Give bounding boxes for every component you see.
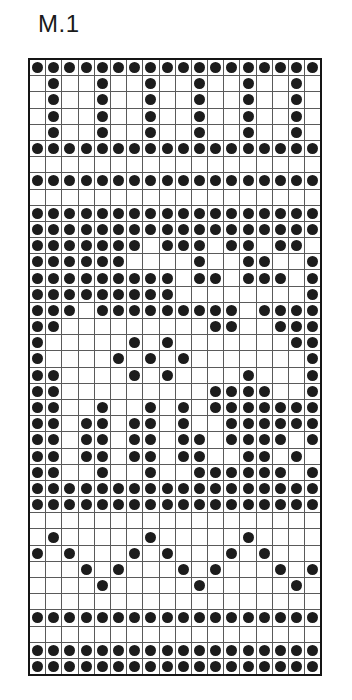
filled-stitch-dot <box>113 143 124 154</box>
grid-cell-r19c7 <box>127 351 142 366</box>
filled-stitch-dot <box>307 289 318 300</box>
filled-stitch-dot <box>243 208 254 219</box>
grid-cell-r35c9 <box>160 610 175 625</box>
grid-cell-r23c10 <box>176 416 191 431</box>
grid-cell-r30c10 <box>176 529 191 544</box>
grid-cell-r3c6 <box>111 92 126 107</box>
filled-stitch-dot <box>178 175 189 186</box>
filled-stitch-dot <box>178 418 189 429</box>
grid-cell-r20c9 <box>160 368 175 383</box>
grid-cell-r29c2 <box>46 513 61 528</box>
grid-cell-r19c10 <box>176 351 191 366</box>
grid-cell-r7c6 <box>111 157 126 172</box>
filled-stitch-dot <box>275 612 286 623</box>
grid-cell-r3c15 <box>257 92 272 107</box>
knitting-chart-grid <box>28 58 322 676</box>
filled-stitch-dot <box>259 143 270 154</box>
grid-cell-r8c10 <box>176 173 191 188</box>
filled-stitch-dot <box>32 224 43 235</box>
filled-stitch-dot <box>64 224 75 235</box>
filled-stitch-dot <box>243 499 254 510</box>
grid-cell-r20c3 <box>62 368 77 383</box>
filled-stitch-dot <box>291 580 302 591</box>
grid-cell-r23c18 <box>305 416 320 431</box>
filled-stitch-dot <box>307 418 318 429</box>
grid-cell-r6c10 <box>176 141 191 156</box>
filled-stitch-dot <box>162 224 173 235</box>
grid-cell-r17c5 <box>95 319 110 334</box>
grid-cell-r8c1 <box>30 173 45 188</box>
filled-stitch-dot <box>64 612 75 623</box>
grid-cell-r31c13 <box>224 546 239 561</box>
grid-cell-r12c12 <box>208 238 223 253</box>
grid-cell-r26c17 <box>289 465 304 480</box>
grid-cell-r10c16 <box>273 206 288 221</box>
filled-stitch-dot <box>129 612 140 623</box>
filled-stitch-dot <box>291 143 302 154</box>
grid-cell-r35c18 <box>305 610 320 625</box>
grid-cell-r17c7 <box>127 319 142 334</box>
filled-stitch-dot <box>64 661 75 672</box>
grid-cell-r18c2 <box>46 335 61 350</box>
filled-stitch-dot <box>113 208 124 219</box>
grid-cell-r16c18 <box>305 303 320 318</box>
grid-cell-r11c10 <box>176 222 191 237</box>
grid-cell-r7c16 <box>273 157 288 172</box>
filled-stitch-dot <box>210 273 221 284</box>
grid-cell-r36c7 <box>127 627 142 642</box>
grid-cell-r38c14 <box>240 659 255 674</box>
grid-cell-r26c10 <box>176 465 191 480</box>
grid-cell-r15c14 <box>240 287 255 302</box>
filled-stitch-dot <box>64 62 75 73</box>
filled-stitch-dot <box>48 499 59 510</box>
grid-cell-r22c15 <box>257 400 272 415</box>
grid-cell-r29c3 <box>62 513 77 528</box>
grid-cell-r11c15 <box>257 222 272 237</box>
grid-cell-r30c14 <box>240 529 255 544</box>
filled-stitch-dot <box>32 175 43 186</box>
filled-stitch-dot <box>307 256 318 267</box>
grid-cell-r7c7 <box>127 157 142 172</box>
filled-stitch-dot <box>243 661 254 672</box>
grid-cell-r11c7 <box>127 222 142 237</box>
grid-cell-r17c9 <box>160 319 175 334</box>
filled-stitch-dot <box>291 451 302 462</box>
grid-cell-r36c8 <box>143 627 158 642</box>
grid-cell-r9c2 <box>46 190 61 205</box>
grid-cell-r38c10 <box>176 659 191 674</box>
grid-cell-r18c8 <box>143 335 158 350</box>
filled-stitch-dot <box>81 661 92 672</box>
grid-cell-r11c3 <box>62 222 77 237</box>
filled-stitch-dot <box>64 175 75 186</box>
filled-stitch-dot <box>259 499 270 510</box>
grid-cell-r2c9 <box>160 76 175 91</box>
grid-cell-r2c17 <box>289 76 304 91</box>
grid-cell-r12c6 <box>111 238 126 253</box>
grid-cell-r11c16 <box>273 222 288 237</box>
grid-cell-r9c10 <box>176 190 191 205</box>
grid-cell-r1c11 <box>192 60 207 75</box>
grid-cell-r34c5 <box>95 594 110 609</box>
grid-cell-r27c6 <box>111 481 126 496</box>
grid-cell-r5c12 <box>208 125 223 140</box>
grid-cell-r25c1 <box>30 449 45 464</box>
grid-cell-r32c18 <box>305 562 320 577</box>
grid-cell-r26c12 <box>208 465 223 480</box>
grid-cell-r26c18 <box>305 465 320 480</box>
filled-stitch-dot <box>81 434 92 445</box>
grid-cell-r2c15 <box>257 76 272 91</box>
grid-cell-r19c2 <box>46 351 61 366</box>
grid-cell-r15c13 <box>224 287 239 302</box>
filled-stitch-dot <box>64 548 75 559</box>
filled-stitch-dot <box>194 499 205 510</box>
grid-cell-r25c5 <box>95 449 110 464</box>
filled-stitch-dot <box>194 208 205 219</box>
filled-stitch-dot <box>243 127 254 138</box>
filled-stitch-dot <box>97 661 108 672</box>
grid-cell-r4c11 <box>192 109 207 124</box>
grid-cell-r6c7 <box>127 141 142 156</box>
grid-cell-r26c13 <box>224 465 239 480</box>
grid-cell-r36c6 <box>111 627 126 642</box>
filled-stitch-dot <box>32 62 43 73</box>
filled-stitch-dot <box>48 386 59 397</box>
grid-cell-r38c6 <box>111 659 126 674</box>
grid-cell-r13c1 <box>30 254 45 269</box>
filled-stitch-dot <box>32 256 43 267</box>
filled-stitch-dot <box>48 240 59 251</box>
grid-cell-r38c3 <box>62 659 77 674</box>
filled-stitch-dot <box>64 483 75 494</box>
grid-cell-r6c11 <box>192 141 207 156</box>
filled-stitch-dot <box>194 224 205 235</box>
grid-cell-r16c2 <box>46 303 61 318</box>
grid-cell-r11c1 <box>30 222 45 237</box>
grid-cell-r25c16 <box>273 449 288 464</box>
grid-cell-r38c8 <box>143 659 158 674</box>
grid-cell-r13c18 <box>305 254 320 269</box>
grid-cell-r18c16 <box>273 335 288 350</box>
filled-stitch-dot <box>64 645 75 656</box>
grid-cell-r9c9 <box>160 190 175 205</box>
filled-stitch-dot <box>178 224 189 235</box>
filled-stitch-dot <box>32 612 43 623</box>
grid-cell-r22c13 <box>224 400 239 415</box>
filled-stitch-dot <box>291 208 302 219</box>
grid-cell-r10c1 <box>30 206 45 221</box>
grid-cell-r30c18 <box>305 529 320 544</box>
grid-cell-r11c5 <box>95 222 110 237</box>
grid-cell-r37c3 <box>62 643 77 658</box>
grid-cell-r31c5 <box>95 546 110 561</box>
grid-cell-r1c8 <box>143 60 158 75</box>
filled-stitch-dot <box>97 78 108 89</box>
grid-cell-r28c2 <box>46 497 61 512</box>
grid-cell-r17c12 <box>208 319 223 334</box>
filled-stitch-dot <box>194 143 205 154</box>
filled-stitch-dot <box>162 240 173 251</box>
grid-cell-r4c13 <box>224 109 239 124</box>
grid-cell-r17c18 <box>305 319 320 334</box>
grid-cell-r9c6 <box>111 190 126 205</box>
grid-cell-r29c4 <box>79 513 94 528</box>
grid-cell-r36c5 <box>95 627 110 642</box>
filled-stitch-dot <box>48 467 59 478</box>
grid-cell-r29c13 <box>224 513 239 528</box>
filled-stitch-dot <box>97 240 108 251</box>
filled-stitch-dot <box>307 370 318 381</box>
grid-cell-r5c7 <box>127 125 142 140</box>
grid-cell-r16c17 <box>289 303 304 318</box>
filled-stitch-dot <box>129 273 140 284</box>
grid-cell-r3c13 <box>224 92 239 107</box>
grid-cell-r27c4 <box>79 481 94 496</box>
grid-cell-r10c5 <box>95 206 110 221</box>
filled-stitch-dot <box>243 175 254 186</box>
grid-cell-r1c13 <box>224 60 239 75</box>
grid-cell-r30c7 <box>127 529 142 544</box>
grid-cell-r23c11 <box>192 416 207 431</box>
grid-cell-r31c14 <box>240 546 255 561</box>
filled-stitch-dot <box>81 208 92 219</box>
filled-stitch-dot <box>32 240 43 251</box>
filled-stitch-dot <box>243 256 254 267</box>
grid-cell-r14c9 <box>160 270 175 285</box>
grid-cell-r9c3 <box>62 190 77 205</box>
filled-stitch-dot <box>226 62 237 73</box>
filled-stitch-dot <box>97 208 108 219</box>
filled-stitch-dot <box>210 305 221 316</box>
filled-stitch-dot <box>48 289 59 300</box>
grid-cell-r7c15 <box>257 157 272 172</box>
filled-stitch-dot <box>81 273 92 284</box>
grid-cell-r16c5 <box>95 303 110 318</box>
grid-cell-r37c14 <box>240 643 255 658</box>
filled-stitch-dot <box>129 175 140 186</box>
filled-stitch-dot <box>226 305 237 316</box>
filled-stitch-dot <box>243 78 254 89</box>
grid-cell-r22c18 <box>305 400 320 415</box>
filled-stitch-dot <box>48 661 59 672</box>
grid-cell-r10c4 <box>79 206 94 221</box>
grid-cell-r16c7 <box>127 303 142 318</box>
grid-cell-r4c5 <box>95 109 110 124</box>
filled-stitch-dot <box>129 548 140 559</box>
grid-cell-r23c4 <box>79 416 94 431</box>
filled-stitch-dot <box>243 532 254 543</box>
filled-stitch-dot <box>113 240 124 251</box>
grid-cell-r22c3 <box>62 400 77 415</box>
filled-stitch-dot <box>259 208 270 219</box>
grid-cell-r29c14 <box>240 513 255 528</box>
grid-cell-r17c15 <box>257 319 272 334</box>
grid-cell-r38c17 <box>289 659 304 674</box>
filled-stitch-dot <box>291 645 302 656</box>
grid-cell-r12c11 <box>192 238 207 253</box>
grid-cell-r31c8 <box>143 546 158 561</box>
filled-stitch-dot <box>48 256 59 267</box>
filled-stitch-dot <box>194 434 205 445</box>
filled-stitch-dot <box>32 289 43 300</box>
grid-cell-r24c12 <box>208 432 223 447</box>
grid-cell-r27c16 <box>273 481 288 496</box>
grid-cell-r32c14 <box>240 562 255 577</box>
filled-stitch-dot <box>243 645 254 656</box>
filled-stitch-dot <box>291 175 302 186</box>
grid-cell-r4c2 <box>46 109 61 124</box>
filled-stitch-dot <box>259 451 270 462</box>
grid-cell-r28c8 <box>143 497 158 512</box>
grid-cell-r35c17 <box>289 610 304 625</box>
grid-cell-r25c6 <box>111 449 126 464</box>
grid-cell-r1c2 <box>46 60 61 75</box>
filled-stitch-dot <box>48 143 59 154</box>
filled-stitch-dot <box>275 499 286 510</box>
grid-cell-r17c17 <box>289 319 304 334</box>
grid-cell-r32c4 <box>79 562 94 577</box>
filled-stitch-dot <box>145 208 156 219</box>
grid-cell-r7c2 <box>46 157 61 172</box>
grid-cell-r29c1 <box>30 513 45 528</box>
filled-stitch-dot <box>64 240 75 251</box>
grid-cell-r16c1 <box>30 303 45 318</box>
filled-stitch-dot <box>64 499 75 510</box>
filled-stitch-dot <box>32 645 43 656</box>
filled-stitch-dot <box>226 434 237 445</box>
grid-cell-r10c10 <box>176 206 191 221</box>
grid-cell-r11c17 <box>289 222 304 237</box>
grid-cell-r27c3 <box>62 481 77 496</box>
filled-stitch-dot <box>275 661 286 672</box>
grid-cell-r20c12 <box>208 368 223 383</box>
filled-stitch-dot <box>32 451 43 462</box>
grid-cell-r6c3 <box>62 141 77 156</box>
grid-cell-r1c12 <box>208 60 223 75</box>
filled-stitch-dot <box>129 483 140 494</box>
grid-cell-r21c13 <box>224 384 239 399</box>
grid-cell-r34c18 <box>305 594 320 609</box>
filled-stitch-dot <box>113 612 124 623</box>
grid-cell-r6c4 <box>79 141 94 156</box>
filled-stitch-dot <box>259 175 270 186</box>
grid-cell-r28c16 <box>273 497 288 512</box>
filled-stitch-dot <box>178 402 189 413</box>
grid-cell-r16c15 <box>257 303 272 318</box>
grid-cell-r20c5 <box>95 368 110 383</box>
grid-cell-r2c1 <box>30 76 45 91</box>
filled-stitch-dot <box>307 499 318 510</box>
grid-cell-r18c7 <box>127 335 142 350</box>
grid-cell-r12c4 <box>79 238 94 253</box>
filled-stitch-dot <box>178 451 189 462</box>
grid-cell-r19c5 <box>95 351 110 366</box>
grid-cell-r5c2 <box>46 125 61 140</box>
grid-cell-r37c13 <box>224 643 239 658</box>
grid-cell-r8c6 <box>111 173 126 188</box>
grid-cell-r10c15 <box>257 206 272 221</box>
grid-cell-r31c16 <box>273 546 288 561</box>
grid-cell-r15c11 <box>192 287 207 302</box>
filled-stitch-dot <box>81 240 92 251</box>
grid-cell-r3c2 <box>46 92 61 107</box>
grid-cell-r36c10 <box>176 627 191 642</box>
grid-cell-r32c12 <box>208 562 223 577</box>
grid-cell-r8c11 <box>192 173 207 188</box>
grid-cell-r6c16 <box>273 141 288 156</box>
grid-cell-r3c1 <box>30 92 45 107</box>
grid-cell-r21c6 <box>111 384 126 399</box>
filled-stitch-dot <box>81 62 92 73</box>
grid-cell-r28c18 <box>305 497 320 512</box>
grid-cell-r37c15 <box>257 643 272 658</box>
filled-stitch-dot <box>129 434 140 445</box>
grid-cell-r10c18 <box>305 206 320 221</box>
grid-cell-r23c2 <box>46 416 61 431</box>
grid-cell-r14c16 <box>273 270 288 285</box>
grid-cell-r17c6 <box>111 319 126 334</box>
filled-stitch-dot <box>97 62 108 73</box>
grid-cell-r6c1 <box>30 141 45 156</box>
grid-cell-r17c14 <box>240 319 255 334</box>
filled-stitch-dot <box>97 175 108 186</box>
grid-cell-r28c15 <box>257 497 272 512</box>
grid-cell-r35c6 <box>111 610 126 625</box>
filled-stitch-dot <box>194 111 205 122</box>
grid-cell-r21c16 <box>273 384 288 399</box>
grid-cell-r30c15 <box>257 529 272 544</box>
filled-stitch-dot <box>275 62 286 73</box>
grid-cell-r27c8 <box>143 481 158 496</box>
grid-cell-r12c8 <box>143 238 158 253</box>
grid-cell-r38c15 <box>257 659 272 674</box>
filled-stitch-dot <box>243 434 254 445</box>
grid-cell-r33c6 <box>111 578 126 593</box>
grid-cell-r19c15 <box>257 351 272 366</box>
grid-cell-r13c16 <box>273 254 288 269</box>
filled-stitch-dot <box>291 305 302 316</box>
filled-stitch-dot <box>97 645 108 656</box>
grid-cell-r36c18 <box>305 627 320 642</box>
grid-cell-r18c3 <box>62 335 77 350</box>
filled-stitch-dot <box>113 289 124 300</box>
filled-stitch-dot <box>97 467 108 478</box>
grid-cell-r2c18 <box>305 76 320 91</box>
grid-cell-r1c15 <box>257 60 272 75</box>
grid-cell-r1c3 <box>62 60 77 75</box>
grid-cell-r30c17 <box>289 529 304 544</box>
filled-stitch-dot <box>275 467 286 478</box>
grid-cell-r5c6 <box>111 125 126 140</box>
filled-stitch-dot <box>194 661 205 672</box>
filled-stitch-dot <box>145 94 156 105</box>
grid-cell-r12c17 <box>289 238 304 253</box>
grid-cell-r18c14 <box>240 335 255 350</box>
grid-cell-r14c8 <box>143 270 158 285</box>
grid-cell-r16c11 <box>192 303 207 318</box>
grid-cell-r28c5 <box>95 497 110 512</box>
filled-stitch-dot <box>145 418 156 429</box>
grid-cell-r29c16 <box>273 513 288 528</box>
grid-cell-r20c11 <box>192 368 207 383</box>
filled-stitch-dot <box>145 661 156 672</box>
grid-cell-r6c14 <box>240 141 255 156</box>
grid-cell-r1c7 <box>127 60 142 75</box>
grid-cell-r21c12 <box>208 384 223 399</box>
grid-cell-r10c14 <box>240 206 255 221</box>
